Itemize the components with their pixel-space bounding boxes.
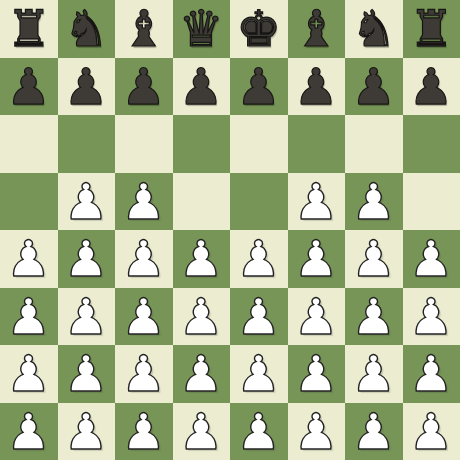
square-h2[interactable]: ♟ <box>403 345 460 403</box>
square-h5[interactable] <box>403 173 460 231</box>
square-c4[interactable]: ♟ <box>115 230 173 288</box>
piece-black-pawn[interactable]: ♟ <box>6 59 51 117</box>
square-e2[interactable]: ♟ <box>230 345 288 403</box>
piece-white-pawn[interactable]: ♟ <box>351 404 396 460</box>
square-g1[interactable]: ♟ <box>345 403 403 460</box>
piece-black-rook[interactable]: ♜ <box>409 1 454 59</box>
square-a5[interactable] <box>0 173 58 231</box>
piece-white-pawn[interactable]: ♟ <box>294 289 339 347</box>
piece-black-pawn[interactable]: ♟ <box>351 59 396 117</box>
square-c7[interactable]: ♟ <box>115 58 173 116</box>
board-wrapper: ♜♞♝♛♚♝♞♜♟♟♟♟♟♟♟♟♟♟♟♟♟♟♟♟♟♟♟♟♟♟♟♟♟♟♟♟♟♟♟♟… <box>0 0 460 460</box>
piece-white-pawn[interactable]: ♟ <box>121 174 166 232</box>
square-f6[interactable] <box>288 115 346 173</box>
chess-board: ♜♞♝♛♚♝♞♜♟♟♟♟♟♟♟♟♟♟♟♟♟♟♟♟♟♟♟♟♟♟♟♟♟♟♟♟♟♟♟♟… <box>0 0 460 460</box>
square-b2[interactable]: ♟ <box>58 345 116 403</box>
piece-white-pawn[interactable]: ♟ <box>236 346 281 404</box>
square-f1[interactable]: ♟ <box>288 403 346 460</box>
square-d5[interactable] <box>173 173 231 231</box>
piece-black-queen[interactable]: ♛ <box>179 1 224 59</box>
square-e5[interactable] <box>230 173 288 231</box>
square-g6[interactable] <box>345 115 403 173</box>
piece-white-pawn[interactable]: ♟ <box>121 289 166 347</box>
square-g5[interactable]: ♟ <box>345 173 403 231</box>
piece-white-pawn[interactable]: ♟ <box>6 289 51 347</box>
piece-black-pawn[interactable]: ♟ <box>236 59 281 117</box>
piece-white-pawn[interactable]: ♟ <box>409 231 454 289</box>
piece-white-pawn[interactable]: ♟ <box>351 346 396 404</box>
piece-white-pawn[interactable]: ♟ <box>236 289 281 347</box>
piece-black-knight[interactable]: ♞ <box>351 1 396 59</box>
piece-white-pawn[interactable]: ♟ <box>409 289 454 347</box>
piece-white-pawn[interactable]: ♟ <box>294 174 339 232</box>
square-a7[interactable]: ♟ <box>0 58 58 116</box>
piece-white-pawn[interactable]: ♟ <box>179 346 224 404</box>
square-g4[interactable]: ♟ <box>345 230 403 288</box>
square-e8[interactable]: ♚ <box>230 0 288 58</box>
square-e4[interactable]: ♟ <box>230 230 288 288</box>
piece-white-pawn[interactable]: ♟ <box>121 404 166 460</box>
piece-white-pawn[interactable]: ♟ <box>64 404 109 460</box>
square-d1[interactable]: ♟ <box>173 403 231 460</box>
square-a3[interactable]: ♟ <box>0 288 58 346</box>
piece-white-pawn[interactable]: ♟ <box>121 346 166 404</box>
square-a2[interactable]: ♟ <box>0 345 58 403</box>
piece-white-pawn[interactable]: ♟ <box>64 231 109 289</box>
piece-white-pawn[interactable]: ♟ <box>64 346 109 404</box>
square-f3[interactable]: ♟ <box>288 288 346 346</box>
square-b7[interactable]: ♟ <box>58 58 116 116</box>
piece-white-pawn[interactable]: ♟ <box>351 174 396 232</box>
square-f5[interactable]: ♟ <box>288 173 346 231</box>
piece-white-pawn[interactable]: ♟ <box>351 289 396 347</box>
piece-white-pawn[interactable]: ♟ <box>351 231 396 289</box>
square-f2[interactable]: ♟ <box>288 345 346 403</box>
piece-white-pawn[interactable]: ♟ <box>294 346 339 404</box>
square-d4[interactable]: ♟ <box>173 230 231 288</box>
square-g7[interactable]: ♟ <box>345 58 403 116</box>
square-d8[interactable]: ♛ <box>173 0 231 58</box>
square-b4[interactable]: ♟ <box>58 230 116 288</box>
square-b6[interactable] <box>58 115 116 173</box>
square-c2[interactable]: ♟ <box>115 345 173 403</box>
piece-black-bishop[interactable]: ♝ <box>294 1 339 59</box>
piece-white-pawn[interactable]: ♟ <box>236 404 281 460</box>
square-h1[interactable]: ♟ <box>403 403 460 460</box>
square-g8[interactable]: ♞ <box>345 0 403 58</box>
piece-white-pawn[interactable]: ♟ <box>179 289 224 347</box>
square-h7[interactable]: ♟ <box>403 58 460 116</box>
square-c8[interactable]: ♝ <box>115 0 173 58</box>
piece-white-pawn[interactable]: ♟ <box>6 346 51 404</box>
piece-white-pawn[interactable]: ♟ <box>294 231 339 289</box>
square-c3[interactable]: ♟ <box>115 288 173 346</box>
piece-black-pawn[interactable]: ♟ <box>121 59 166 117</box>
piece-black-pawn[interactable]: ♟ <box>179 59 224 117</box>
square-c1[interactable]: ♟ <box>115 403 173 460</box>
piece-white-pawn[interactable]: ♟ <box>179 404 224 460</box>
piece-black-pawn[interactable]: ♟ <box>409 59 454 117</box>
square-e7[interactable]: ♟ <box>230 58 288 116</box>
square-f8[interactable]: ♝ <box>288 0 346 58</box>
square-h3[interactable]: ♟ <box>403 288 460 346</box>
square-h4[interactable]: ♟ <box>403 230 460 288</box>
piece-white-pawn[interactable]: ♟ <box>64 289 109 347</box>
piece-white-pawn[interactable]: ♟ <box>121 231 166 289</box>
square-d6[interactable] <box>173 115 231 173</box>
square-e1[interactable]: ♟ <box>230 403 288 460</box>
piece-white-pawn[interactable]: ♟ <box>409 404 454 460</box>
square-g3[interactable]: ♟ <box>345 288 403 346</box>
square-a1[interactable]: ♟ <box>0 403 58 460</box>
piece-white-pawn[interactable]: ♟ <box>6 404 51 460</box>
square-e6[interactable] <box>230 115 288 173</box>
piece-white-pawn[interactable]: ♟ <box>294 404 339 460</box>
square-h8[interactable]: ♜ <box>403 0 460 58</box>
piece-black-knight[interactable]: ♞ <box>64 1 109 59</box>
piece-black-pawn[interactable]: ♟ <box>294 59 339 117</box>
square-d7[interactable]: ♟ <box>173 58 231 116</box>
square-g2[interactable]: ♟ <box>345 345 403 403</box>
piece-black-king[interactable]: ♚ <box>236 1 281 59</box>
square-c6[interactable] <box>115 115 173 173</box>
piece-white-pawn[interactable]: ♟ <box>6 231 51 289</box>
square-e3[interactable]: ♟ <box>230 288 288 346</box>
piece-black-bishop[interactable]: ♝ <box>121 1 166 59</box>
piece-white-pawn[interactable]: ♟ <box>236 231 281 289</box>
square-b5[interactable]: ♟ <box>58 173 116 231</box>
square-b3[interactable]: ♟ <box>58 288 116 346</box>
square-c5[interactable]: ♟ <box>115 173 173 231</box>
square-b8[interactable]: ♞ <box>58 0 116 58</box>
square-a4[interactable]: ♟ <box>0 230 58 288</box>
square-a8[interactable]: ♜ <box>0 0 58 58</box>
square-b1[interactable]: ♟ <box>58 403 116 460</box>
square-a6[interactable] <box>0 115 58 173</box>
piece-black-rook[interactable]: ♜ <box>6 1 51 59</box>
piece-white-pawn[interactable]: ♟ <box>179 231 224 289</box>
square-f7[interactable]: ♟ <box>288 58 346 116</box>
piece-white-pawn[interactable]: ♟ <box>64 174 109 232</box>
square-d2[interactable]: ♟ <box>173 345 231 403</box>
piece-black-pawn[interactable]: ♟ <box>64 59 109 117</box>
square-d3[interactable]: ♟ <box>173 288 231 346</box>
square-h6[interactable] <box>403 115 460 173</box>
square-f4[interactable]: ♟ <box>288 230 346 288</box>
piece-white-pawn[interactable]: ♟ <box>409 346 454 404</box>
